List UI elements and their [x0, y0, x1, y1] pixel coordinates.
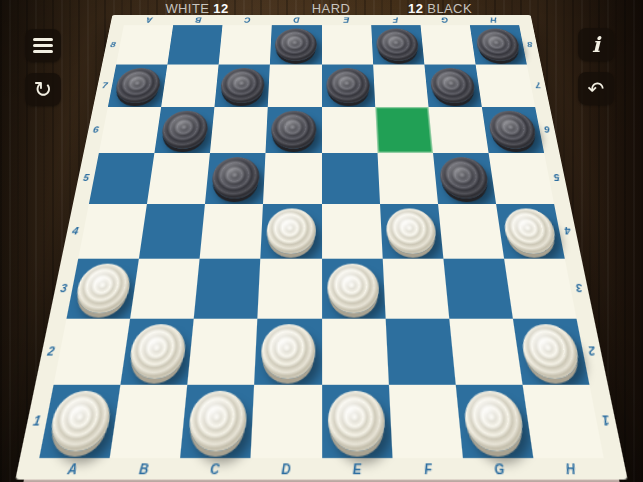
white-checker-B2[interactable] [127, 324, 188, 379]
white-checker-A1[interactable] [47, 391, 114, 452]
square-D5[interactable] [263, 153, 321, 203]
square-F8[interactable] [371, 25, 424, 64]
square-D7[interactable] [268, 65, 321, 108]
square-C1[interactable] [180, 385, 254, 458]
black-checker-H8[interactable] [474, 29, 521, 61]
black-checker-G7[interactable] [429, 68, 477, 103]
white-checker-A3[interactable] [73, 263, 133, 313]
file-label-bottom-C: C [178, 458, 251, 480]
square-G1[interactable] [455, 385, 533, 458]
white-checker-C1[interactable] [187, 391, 248, 452]
square-F2[interactable] [385, 318, 455, 384]
square-H7[interactable] [476, 65, 536, 108]
white-checker-E3[interactable] [327, 263, 380, 313]
square-H4[interactable] [496, 204, 565, 259]
black-checker-G5[interactable] [438, 157, 490, 198]
square-G2[interactable] [449, 318, 522, 384]
square-B1[interactable] [110, 385, 188, 458]
square-C5[interactable] [205, 153, 266, 203]
square-D1[interactable] [251, 385, 322, 458]
square-C3[interactable] [194, 258, 261, 318]
file-label-bottom-H: H [533, 458, 608, 480]
square-F3[interactable] [382, 258, 449, 318]
rotate-icon: ↻ [34, 79, 52, 101]
square-G4[interactable] [438, 204, 504, 259]
black-label: BLACK [427, 1, 472, 16]
square-E6[interactable] [322, 107, 378, 153]
square-E3[interactable] [322, 258, 386, 318]
square-C4[interactable] [200, 204, 263, 259]
difficulty-label: HARD [312, 1, 350, 16]
white-count: 12 [213, 1, 228, 16]
white-checker-E1[interactable] [327, 391, 385, 452]
square-B5[interactable] [147, 153, 210, 203]
checkers-app: WHITE 12 HARD 12 BLACK ↻ i ↶ AABBCCDDEEF… [0, 0, 643, 482]
square-C8[interactable] [219, 25, 272, 64]
square-E8[interactable] [322, 25, 373, 64]
file-label-top-E: E [322, 15, 371, 25]
black-checker-H6[interactable] [487, 111, 539, 149]
square-G8[interactable] [420, 25, 475, 64]
square-A6[interactable] [99, 107, 161, 153]
square-A3[interactable] [67, 258, 140, 318]
black-checker-F8[interactable] [375, 29, 419, 61]
square-B2[interactable] [121, 318, 194, 384]
square-B4[interactable] [139, 204, 205, 259]
square-D8[interactable] [270, 25, 321, 64]
square-G6[interactable] [428, 107, 488, 153]
square-D6[interactable] [266, 107, 322, 153]
square-G3[interactable] [443, 258, 513, 318]
square-B3[interactable] [130, 258, 200, 318]
square-C6[interactable] [210, 107, 268, 153]
file-label-bottom-F: F [392, 458, 465, 480]
black-checker-C5[interactable] [211, 157, 261, 198]
black-checker-D8[interactable] [275, 29, 317, 61]
file-label-top-F: F [370, 15, 420, 25]
square-D4[interactable] [261, 204, 322, 259]
checkers-board[interactable]: AABBCCDDEEFFGGHH8877665544332211 [15, 15, 627, 480]
square-C7[interactable] [215, 65, 270, 108]
file-label-top-B: B [173, 15, 223, 25]
square-F1[interactable] [388, 385, 462, 458]
black-count: 12 [408, 1, 423, 16]
black-score: 12 BLACK [408, 1, 472, 16]
black-checker-C7[interactable] [220, 68, 266, 103]
square-E7[interactable] [322, 65, 375, 108]
square-A7[interactable] [108, 65, 168, 108]
file-label-top-G: G [419, 15, 469, 25]
menu-button[interactable] [25, 29, 61, 62]
square-E4[interactable] [322, 204, 383, 259]
square-G5[interactable] [433, 153, 496, 203]
white-checker-H2[interactable] [519, 324, 582, 379]
square-H8[interactable] [470, 25, 527, 64]
white-score: WHITE 12 [165, 1, 228, 16]
file-label-bottom-A: A [35, 458, 110, 480]
undo-icon: ↶ [588, 79, 605, 99]
square-F6[interactable] [375, 107, 433, 153]
white-checker-H4[interactable] [502, 208, 559, 253]
info-icon: i [592, 34, 600, 55]
square-F5[interactable] [377, 153, 438, 203]
file-label-top-A: A [124, 15, 175, 25]
square-E5[interactable] [322, 153, 380, 203]
info-button[interactable]: i [578, 28, 614, 61]
square-D3[interactable] [258, 258, 322, 318]
black-checker-B6[interactable] [160, 111, 210, 149]
white-checker-D4[interactable] [266, 208, 316, 253]
square-E2[interactable] [322, 318, 389, 384]
file-label-top-C: C [223, 15, 273, 25]
square-C2[interactable] [188, 318, 258, 384]
file-label-bottom-B: B [107, 458, 181, 480]
file-label-bottom-E: E [322, 458, 394, 480]
square-A5[interactable] [89, 153, 154, 203]
square-B6[interactable] [154, 107, 214, 153]
square-F4[interactable] [380, 204, 443, 259]
square-A2[interactable] [54, 318, 131, 384]
square-G7[interactable] [424, 65, 482, 108]
file-label-bottom-D: D [250, 458, 322, 480]
black-checker-E7[interactable] [326, 68, 370, 103]
file-label-top-H: H [468, 15, 519, 25]
white-checker-G1[interactable] [462, 391, 526, 452]
undo-button[interactable]: ↶ [578, 72, 614, 105]
square-B8[interactable] [167, 25, 222, 64]
square-H5[interactable] [489, 153, 554, 203]
file-label-top-D: D [272, 15, 321, 25]
square-F7[interactable] [373, 65, 428, 108]
square-A8[interactable] [116, 25, 173, 64]
white-label: WHITE [165, 1, 209, 16]
square-A4[interactable] [78, 204, 147, 259]
square-D2[interactable] [255, 318, 322, 384]
square-E1[interactable] [322, 385, 393, 458]
square-B7[interactable] [161, 65, 219, 108]
white-checker-F4[interactable] [385, 208, 437, 253]
white-checker-D2[interactable] [261, 324, 316, 379]
rotate-board-button[interactable]: ↻ [25, 73, 61, 106]
black-checker-A7[interactable] [113, 68, 162, 103]
square-H6[interactable] [482, 107, 544, 153]
black-checker-D6[interactable] [271, 111, 317, 149]
hamburger-icon [33, 38, 53, 53]
file-label-bottom-G: G [463, 458, 537, 480]
